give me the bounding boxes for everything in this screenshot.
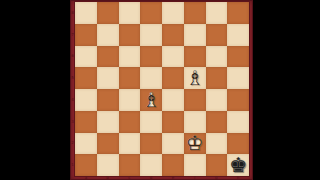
square-b6[interactable] xyxy=(97,46,119,68)
square-h5[interactable] xyxy=(227,67,249,89)
square-h8[interactable] xyxy=(227,2,249,24)
white-king-outline-glyph: ♔ xyxy=(184,133,206,155)
square-c4[interactable] xyxy=(119,89,141,111)
black-king-h1[interactable]: ♚ xyxy=(227,154,249,176)
square-d1[interactable] xyxy=(140,154,162,176)
square-b2[interactable] xyxy=(97,133,119,155)
square-a2[interactable] xyxy=(75,133,97,155)
square-g8[interactable] xyxy=(206,2,228,24)
white-bishop-d4[interactable]: ♝♗ xyxy=(140,89,162,111)
square-g6[interactable] xyxy=(206,46,228,68)
square-g4[interactable] xyxy=(206,89,228,111)
square-c5[interactable] xyxy=(119,67,141,89)
square-h7[interactable] xyxy=(227,24,249,46)
square-c8[interactable] xyxy=(119,2,141,24)
square-f5[interactable]: ♝♗ xyxy=(184,67,206,89)
square-g1[interactable] xyxy=(206,154,228,176)
chess-board: ♝♗♝♗♚♔♚ 87654321 abcdefgh xyxy=(70,0,253,180)
square-a4[interactable] xyxy=(75,89,97,111)
square-e1[interactable] xyxy=(162,154,184,176)
file-label-e: e xyxy=(162,176,184,180)
square-e6[interactable] xyxy=(162,46,184,68)
square-d3[interactable] xyxy=(140,111,162,133)
square-f1[interactable] xyxy=(184,154,206,176)
square-h1[interactable]: ♚ xyxy=(227,154,249,176)
square-d5[interactable] xyxy=(140,67,162,89)
square-e8[interactable] xyxy=(162,2,184,24)
square-e5[interactable] xyxy=(162,67,184,89)
white-bishop-outline-glyph: ♗ xyxy=(140,89,162,111)
square-b4[interactable] xyxy=(97,89,119,111)
square-g7[interactable] xyxy=(206,24,228,46)
square-e4[interactable] xyxy=(162,89,184,111)
square-a3[interactable] xyxy=(75,111,97,133)
square-d4[interactable]: ♝♗ xyxy=(140,89,162,111)
square-c2[interactable] xyxy=(119,133,141,155)
white-king-f2[interactable]: ♚♔ xyxy=(184,133,206,155)
file-label-g: g xyxy=(206,176,228,180)
square-e7[interactable] xyxy=(162,24,184,46)
file-label-b: b xyxy=(97,176,119,180)
square-f7[interactable] xyxy=(184,24,206,46)
square-b8[interactable] xyxy=(97,2,119,24)
file-label-c: c xyxy=(119,176,141,180)
square-d2[interactable] xyxy=(140,133,162,155)
square-g2[interactable] xyxy=(206,133,228,155)
square-a5[interactable] xyxy=(75,67,97,89)
square-h2[interactable] xyxy=(227,133,249,155)
square-d6[interactable] xyxy=(140,46,162,68)
black-king-outline-glyph xyxy=(227,154,249,176)
square-f8[interactable] xyxy=(184,2,206,24)
screen: ♝♗♝♗♚♔♚ 87654321 abcdefgh xyxy=(0,0,320,180)
square-a1[interactable] xyxy=(75,154,97,176)
square-b5[interactable] xyxy=(97,67,119,89)
square-a8[interactable] xyxy=(75,2,97,24)
square-d7[interactable] xyxy=(140,24,162,46)
square-d8[interactable] xyxy=(140,2,162,24)
square-f3[interactable] xyxy=(184,111,206,133)
square-h4[interactable] xyxy=(227,89,249,111)
square-b1[interactable] xyxy=(97,154,119,176)
square-h6[interactable] xyxy=(227,46,249,68)
square-a6[interactable] xyxy=(75,46,97,68)
square-c7[interactable] xyxy=(119,24,141,46)
white-bishop-outline-glyph: ♗ xyxy=(184,67,206,89)
square-c3[interactable] xyxy=(119,111,141,133)
square-e3[interactable] xyxy=(162,111,184,133)
square-f6[interactable] xyxy=(184,46,206,68)
square-h3[interactable] xyxy=(227,111,249,133)
square-c1[interactable] xyxy=(119,154,141,176)
file-label-a: a xyxy=(75,176,97,180)
square-f2[interactable]: ♚♔ xyxy=(184,133,206,155)
square-e2[interactable] xyxy=(162,133,184,155)
square-a7[interactable] xyxy=(75,24,97,46)
board-grid: ♝♗♝♗♚♔♚ xyxy=(75,2,249,176)
square-b3[interactable] xyxy=(97,111,119,133)
file-label-d: d xyxy=(140,176,162,180)
square-g3[interactable] xyxy=(206,111,228,133)
file-label-f: f xyxy=(184,176,206,180)
square-b7[interactable] xyxy=(97,24,119,46)
white-bishop-f5[interactable]: ♝♗ xyxy=(184,67,206,89)
square-g5[interactable] xyxy=(206,67,228,89)
square-c6[interactable] xyxy=(119,46,141,68)
square-f4[interactable] xyxy=(184,89,206,111)
